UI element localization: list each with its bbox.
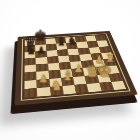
- folding-chess-box: ♚♛♝♞♞♟♟♜♟♟♝♛♚♞: [15, 31, 138, 106]
- piece-dark-bishop-d7: ♝: [52, 35, 73, 47]
- piece-light-knight-c1: ♞: [44, 79, 69, 93]
- pieces-layer: ♚♛♝♞♞♟♟♜♟♟♝♛♚♞: [24, 35, 126, 98]
- board-frame: ♚♛♝♞♞♟♟♜♟♟♝♛♚♞: [15, 31, 138, 106]
- board-grid: ♚♛♝♞♞♟♟♜♟♟♝♛♚♞: [24, 35, 126, 98]
- product-photo: ♚♛♝♞♞♟♟♜♟♟♝♛♚♞: [0, 0, 140, 140]
- board-inlay-border: ♚♛♝♞♞♟♟♜♟♟♝♛♚♞: [21, 33, 131, 100]
- piece-dark-knight-a6: ♞: [20, 44, 41, 56]
- piece-light-queen-f2: ♛: [80, 64, 104, 80]
